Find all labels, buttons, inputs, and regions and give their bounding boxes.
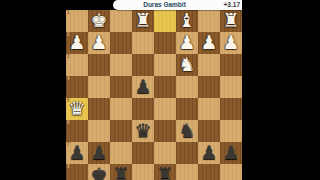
piece-white-pawn: ♟ (176, 30, 198, 54)
square-f4[interactable] (110, 76, 132, 98)
square-h7[interactable]: 7♟ (66, 142, 88, 164)
square-c2[interactable]: ♟ (176, 32, 198, 54)
rank-label-2: 2 (67, 32, 70, 37)
square-a2[interactable]: ♟ (220, 32, 242, 54)
piece-black-pawn: ♟ (132, 74, 154, 98)
piece-white-pawn: ♟ (198, 30, 220, 54)
piece-black-rook: ♜ (154, 162, 176, 180)
square-e3[interactable] (132, 54, 154, 76)
square-d4[interactable] (154, 76, 176, 98)
square-h2[interactable]: 2♟ (66, 32, 88, 54)
square-c3[interactable]: ♞ (176, 54, 198, 76)
rank-label-7: 7 (67, 142, 70, 147)
square-a7[interactable]: ♟ (220, 142, 242, 164)
rank-label-3: 3 (67, 54, 70, 59)
square-c5[interactable] (176, 98, 198, 120)
square-f6[interactable] (110, 120, 132, 142)
square-d8[interactable]: ♜ (154, 164, 176, 180)
square-d7[interactable] (154, 142, 176, 164)
piece-black-pawn: ♟ (88, 140, 110, 164)
piece-white-rook: ♜ (220, 8, 242, 32)
square-g7[interactable]: ♟ (88, 142, 110, 164)
square-g8[interactable]: ♚ (88, 164, 110, 180)
square-h5[interactable]: 5♛ (66, 98, 88, 120)
square-e4[interactable]: ♟ (132, 76, 154, 98)
square-h3[interactable]: 3 (66, 54, 88, 76)
piece-black-rook: ♜ (110, 162, 132, 180)
square-b6[interactable] (198, 120, 220, 142)
piece-black-pawn: ♟ (220, 140, 242, 164)
square-f7[interactable] (110, 142, 132, 164)
piece-black-knight: ♞ (176, 118, 198, 142)
square-c6[interactable]: ♞ (176, 120, 198, 142)
square-g3[interactable] (88, 54, 110, 76)
square-a3[interactable] (220, 54, 242, 76)
square-e2[interactable] (132, 32, 154, 54)
piece-white-pawn: ♟ (220, 30, 242, 54)
letterbox-right (242, 0, 320, 180)
square-e7[interactable] (132, 142, 154, 164)
square-g2[interactable]: ♟ (88, 32, 110, 54)
piece-black-pawn: ♟ (198, 140, 220, 164)
square-b8[interactable] (198, 164, 220, 180)
square-a1[interactable]: ♜ (220, 10, 242, 32)
rank-label-4: 4 (67, 76, 70, 81)
square-b1[interactable] (198, 10, 220, 32)
square-b5[interactable] (198, 98, 220, 120)
square-h1[interactable]: 1 (66, 10, 88, 32)
square-g4[interactable] (88, 76, 110, 98)
piece-white-king: ♚ (88, 8, 110, 32)
square-b7[interactable]: ♟ (198, 142, 220, 164)
square-g5[interactable] (88, 98, 110, 120)
rank-label-5: 5 (67, 98, 70, 103)
square-d3[interactable] (154, 54, 176, 76)
square-e6[interactable]: ♛ (132, 120, 154, 142)
square-f3[interactable] (110, 54, 132, 76)
letterbox-left (0, 0, 66, 180)
square-h6[interactable]: 6 (66, 120, 88, 142)
square-c1[interactable]: ♝ (176, 10, 198, 32)
square-f2[interactable] (110, 32, 132, 54)
piece-black-queen: ♛ (132, 118, 154, 142)
piece-white-queen: ♛ (66, 96, 88, 120)
square-b3[interactable] (198, 54, 220, 76)
square-c8[interactable] (176, 164, 198, 180)
square-c7[interactable] (176, 142, 198, 164)
rank-label-1: 1 (67, 10, 70, 15)
evaluation-score: +3.17 (224, 0, 240, 10)
square-a8[interactable] (220, 164, 242, 180)
square-a6[interactable] (220, 120, 242, 142)
square-d5[interactable] (154, 98, 176, 120)
rank-label-6: 6 (67, 120, 70, 125)
chess-board[interactable]: 1♚♜♝♜2♟♟♟♟♟3♞4♟5♛6♛♞7♟♟♟♟8♚♜♜ (66, 10, 242, 180)
opening-title: Duras Gambit (113, 0, 216, 10)
square-d6[interactable] (154, 120, 176, 142)
square-f8[interactable]: ♜ (110, 164, 132, 180)
square-h8[interactable]: 8 (66, 164, 88, 180)
piece-white-rook: ♜ (132, 8, 154, 32)
square-e5[interactable] (132, 98, 154, 120)
square-c4[interactable] (176, 76, 198, 98)
square-a4[interactable] (220, 76, 242, 98)
opening-title-bar: Duras Gambit +3.17 (113, 0, 242, 10)
rank-label-8: 8 (67, 164, 70, 169)
square-h4[interactable]: 4 (66, 76, 88, 98)
square-e8[interactable] (132, 164, 154, 180)
square-g1[interactable]: ♚ (88, 10, 110, 32)
square-f5[interactable] (110, 98, 132, 120)
square-e1[interactable]: ♜ (132, 10, 154, 32)
piece-black-pawn: ♟ (66, 140, 88, 164)
piece-white-pawn: ♟ (88, 30, 110, 54)
square-a5[interactable] (220, 98, 242, 120)
piece-black-king: ♚ (88, 162, 110, 180)
square-g6[interactable] (88, 120, 110, 142)
piece-white-knight: ♞ (176, 52, 198, 76)
square-d2[interactable] (154, 32, 176, 54)
piece-white-pawn: ♟ (66, 30, 88, 54)
square-b4[interactable] (198, 76, 220, 98)
square-f1[interactable] (110, 10, 132, 32)
square-b2[interactable]: ♟ (198, 32, 220, 54)
piece-white-bishop: ♝ (176, 8, 198, 32)
square-d1[interactable] (154, 10, 176, 32)
